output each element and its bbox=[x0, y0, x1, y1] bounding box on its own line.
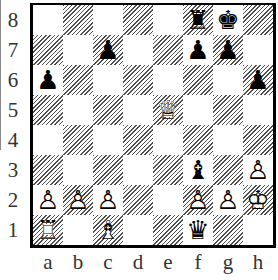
file-label-c: c bbox=[93, 248, 123, 276]
piece-outline-layer: ♙ bbox=[63, 185, 93, 215]
square-g7[interactable]: ♟ bbox=[213, 35, 243, 65]
square-e2[interactable] bbox=[153, 185, 183, 215]
square-e3[interactable] bbox=[153, 155, 183, 185]
square-b8[interactable] bbox=[63, 5, 93, 35]
piece-white-queen[interactable]: ♛♕ bbox=[153, 95, 183, 125]
square-c8[interactable] bbox=[93, 5, 123, 35]
square-b2[interactable]: ♟♙ bbox=[63, 185, 93, 215]
square-h1[interactable] bbox=[243, 215, 273, 245]
square-c1[interactable]: ♝♗ bbox=[93, 215, 123, 245]
file-label-g: g bbox=[213, 248, 243, 276]
square-h4[interactable] bbox=[243, 125, 273, 155]
square-b6[interactable] bbox=[63, 65, 93, 95]
square-e7[interactable] bbox=[153, 35, 183, 65]
piece-outline-layer: ♙ bbox=[93, 185, 123, 215]
piece-white-pawn[interactable]: ♟♙ bbox=[33, 185, 63, 215]
square-a7[interactable] bbox=[33, 35, 63, 65]
piece-black-pawn[interactable]: ♟ bbox=[183, 35, 213, 65]
square-b5[interactable] bbox=[63, 95, 93, 125]
rank-label-7: 7 bbox=[0, 35, 26, 65]
piece-white-pawn[interactable]: ♟♙ bbox=[63, 185, 93, 215]
square-a2[interactable]: ♟♙ bbox=[33, 185, 63, 215]
square-h5[interactable] bbox=[243, 95, 273, 125]
piece-black-queen[interactable]: ♛ bbox=[183, 215, 213, 245]
square-f5[interactable] bbox=[183, 95, 213, 125]
square-c7[interactable]: ♟ bbox=[93, 35, 123, 65]
square-d3[interactable] bbox=[123, 155, 153, 185]
piece-glyph: ♟ bbox=[183, 35, 213, 65]
piece-black-pawn[interactable]: ♟ bbox=[213, 35, 243, 65]
file-label-d: d bbox=[123, 248, 153, 276]
square-d5[interactable] bbox=[123, 95, 153, 125]
piece-white-rook[interactable]: ♜♖ bbox=[33, 215, 63, 245]
square-e4[interactable] bbox=[153, 125, 183, 155]
square-h2[interactable]: ♚♔ bbox=[243, 185, 273, 215]
square-f4[interactable] bbox=[183, 125, 213, 155]
piece-glyph: ♚ bbox=[213, 5, 243, 35]
square-d6[interactable] bbox=[123, 65, 153, 95]
square-d1[interactable] bbox=[123, 215, 153, 245]
rank-label-2: 2 bbox=[0, 185, 26, 215]
square-e1[interactable] bbox=[153, 215, 183, 245]
square-g4[interactable] bbox=[213, 125, 243, 155]
square-d2[interactable] bbox=[123, 185, 153, 215]
square-b7[interactable] bbox=[63, 35, 93, 65]
square-a3[interactable] bbox=[33, 155, 63, 185]
piece-glyph: ♟ bbox=[93, 35, 123, 65]
file-label-f: f bbox=[183, 248, 213, 276]
rank-label-3: 3 bbox=[0, 155, 26, 185]
square-f1[interactable]: ♛ bbox=[183, 215, 213, 245]
piece-outline-layer: ♙ bbox=[213, 185, 243, 215]
rank-label-4: 4 bbox=[0, 125, 26, 155]
piece-white-pawn[interactable]: ♟♙ bbox=[243, 155, 273, 185]
piece-glyph: ♟ bbox=[33, 65, 63, 95]
piece-outline-layer: ♗ bbox=[93, 215, 123, 245]
square-f7[interactable]: ♟ bbox=[183, 35, 213, 65]
rank-label-8: 8 bbox=[0, 5, 26, 35]
square-h8[interactable] bbox=[243, 5, 273, 35]
piece-outline-layer: ♙ bbox=[183, 185, 213, 215]
square-g5[interactable] bbox=[213, 95, 243, 125]
file-label-a: a bbox=[33, 248, 63, 276]
piece-white-bishop[interactable]: ♝♗ bbox=[93, 215, 123, 245]
square-g6[interactable] bbox=[213, 65, 243, 95]
rank-label-6: 6 bbox=[0, 65, 26, 95]
square-a6[interactable]: ♟ bbox=[33, 65, 63, 95]
piece-outline-layer: ♕ bbox=[153, 95, 183, 125]
piece-glyph: ♟ bbox=[213, 35, 243, 65]
square-d7[interactable] bbox=[123, 35, 153, 65]
square-g2[interactable]: ♟♙ bbox=[213, 185, 243, 215]
piece-outline-layer: ♙ bbox=[33, 185, 63, 215]
square-a4[interactable] bbox=[33, 125, 63, 155]
rank-labels: 87654321 bbox=[0, 5, 26, 245]
square-a1[interactable]: ♜♖ bbox=[33, 215, 63, 245]
file-label-b: b bbox=[63, 248, 93, 276]
file-label-h: h bbox=[243, 248, 273, 276]
square-g1[interactable] bbox=[213, 215, 243, 245]
piece-black-pawn[interactable]: ♟ bbox=[33, 65, 63, 95]
square-h6[interactable]: ♟ bbox=[243, 65, 273, 95]
square-c2[interactable]: ♟♙ bbox=[93, 185, 123, 215]
square-d4[interactable] bbox=[123, 125, 153, 155]
piece-black-bishop[interactable]: ♝ bbox=[183, 155, 213, 185]
piece-outline-layer: ♙ bbox=[243, 155, 273, 185]
piece-glyph: ♟ bbox=[243, 65, 273, 95]
piece-black-rook[interactable]: ♜ bbox=[183, 5, 213, 35]
piece-white-pawn[interactable]: ♟♙ bbox=[183, 185, 213, 215]
square-h3[interactable]: ♟♙ bbox=[243, 155, 273, 185]
square-d8[interactable] bbox=[123, 5, 153, 35]
piece-white-pawn[interactable]: ♟♙ bbox=[93, 185, 123, 215]
square-f3[interactable]: ♝ bbox=[183, 155, 213, 185]
piece-white-pawn[interactable]: ♟♙ bbox=[213, 185, 243, 215]
square-f6[interactable] bbox=[183, 65, 213, 95]
square-e6[interactable] bbox=[153, 65, 183, 95]
square-c4[interactable] bbox=[93, 125, 123, 155]
square-a8[interactable] bbox=[33, 5, 63, 35]
square-g8[interactable]: ♚ bbox=[213, 5, 243, 35]
square-f8[interactable]: ♜ bbox=[183, 5, 213, 35]
piece-outline-layer: ♖ bbox=[33, 215, 63, 245]
file-labels: abcdefgh bbox=[33, 248, 273, 276]
piece-outline-layer: ♔ bbox=[243, 185, 273, 215]
piece-glyph: ♝ bbox=[183, 155, 213, 185]
square-a5[interactable] bbox=[33, 95, 63, 125]
piece-black-king[interactable]: ♚ bbox=[213, 5, 243, 35]
square-e8[interactable] bbox=[153, 5, 183, 35]
square-c6[interactable] bbox=[93, 65, 123, 95]
square-h7[interactable] bbox=[243, 35, 273, 65]
file-label-e: e bbox=[153, 248, 183, 276]
rank-label-1: 1 bbox=[0, 215, 26, 245]
square-b3[interactable] bbox=[63, 155, 93, 185]
rank-label-5: 5 bbox=[0, 95, 26, 125]
piece-glyph: ♛ bbox=[183, 215, 213, 245]
chess-board: ♜♚♟♟♟♟♟♛♕♝♟♙♟♙♟♙♟♙♟♙♟♙♚♔♜♖♝♗♛ bbox=[30, 3, 276, 248]
square-b4[interactable] bbox=[63, 125, 93, 155]
square-c3[interactable] bbox=[93, 155, 123, 185]
square-g3[interactable] bbox=[213, 155, 243, 185]
square-e5[interactable]: ♛♕ bbox=[153, 95, 183, 125]
piece-black-pawn[interactable]: ♟ bbox=[93, 35, 123, 65]
piece-white-king[interactable]: ♚♔ bbox=[243, 185, 273, 215]
square-b1[interactable] bbox=[63, 215, 93, 245]
square-c5[interactable] bbox=[93, 95, 123, 125]
piece-black-pawn[interactable]: ♟ bbox=[243, 65, 273, 95]
square-f2[interactable]: ♟♙ bbox=[183, 185, 213, 215]
piece-glyph: ♜ bbox=[183, 5, 213, 35]
